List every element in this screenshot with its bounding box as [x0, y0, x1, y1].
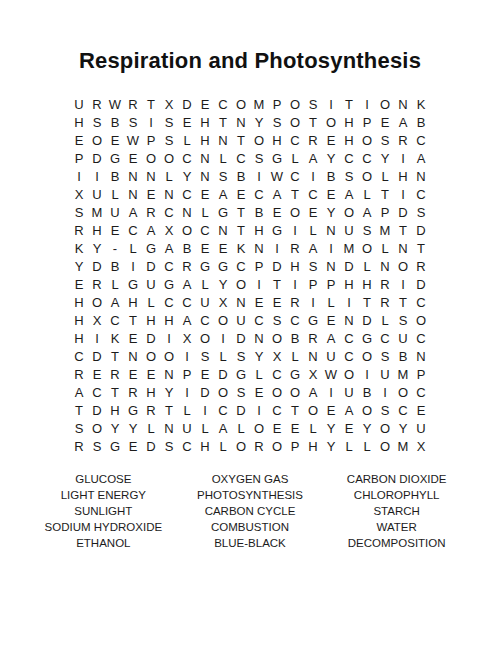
grid-cell-r17c6[interactable]: Y [160, 384, 178, 402]
grid-cell-r4c11[interactable]: S [250, 149, 268, 167]
grid-cell-r19c13[interactable]: E [286, 420, 304, 438]
grid-cell-r18c7[interactable]: L [178, 402, 196, 420]
grid-cell-r20c4[interactable]: E [124, 438, 142, 456]
grid-cell-r7c12[interactable]: E [268, 203, 286, 221]
grid-cell-r10c18[interactable]: N [376, 257, 394, 275]
grid-cell-r17c1[interactable]: A [70, 384, 88, 402]
grid-cell-r15c6[interactable]: O [160, 348, 178, 366]
grid-cell-r4c5[interactable]: O [142, 149, 160, 167]
grid-cell-r10c5[interactable]: D [142, 257, 160, 275]
grid-cell-r9c15[interactable]: I [322, 239, 340, 257]
grid-cell-r7c2[interactable]: M [88, 203, 106, 221]
grid-cell-r1c16[interactable]: T [340, 95, 358, 113]
grid-cell-r11c5[interactable]: U [142, 275, 160, 293]
grid-cell-r6c14[interactable]: C [304, 185, 322, 203]
grid-cell-r19c7[interactable]: U [178, 420, 196, 438]
grid-cell-r1c20[interactable]: K [412, 95, 430, 113]
grid-cell-r12c7[interactable]: C [178, 294, 196, 312]
grid-cell-r6c9[interactable]: A [214, 185, 232, 203]
grid-cell-r6c18[interactable]: T [376, 185, 394, 203]
grid-cell-r7c20[interactable]: S [412, 203, 430, 221]
grid-cell-r10c1[interactable]: Y [70, 257, 88, 275]
grid-cell-r14c12[interactable]: O [268, 330, 286, 348]
grid-cell-r7c19[interactable]: D [394, 203, 412, 221]
grid-cell-r10c8[interactable]: G [196, 257, 214, 275]
grid-cell-r11c14[interactable]: P [304, 275, 322, 293]
grid-cell-r11c15[interactable]: P [322, 275, 340, 293]
grid-cell-r13c14[interactable]: G [304, 312, 322, 330]
grid-cell-r10c13[interactable]: H [286, 257, 304, 275]
grid-cell-r18c19[interactable]: C [394, 402, 412, 420]
grid-cell-r4c19[interactable]: I [394, 149, 412, 167]
grid-cell-r13c17[interactable]: D [358, 312, 376, 330]
grid-cell-r12c2[interactable]: O [88, 294, 106, 312]
grid-cell-r19c16[interactable]: E [340, 420, 358, 438]
grid-cell-r4c3[interactable]: G [106, 149, 124, 167]
grid-cell-r20c3[interactable]: G [106, 438, 124, 456]
grid-cell-r17c3[interactable]: T [106, 384, 124, 402]
grid-cell-r7c18[interactable]: P [376, 203, 394, 221]
grid-cell-r10c19[interactable]: O [394, 257, 412, 275]
grid-cell-r1c8[interactable]: E [196, 95, 214, 113]
grid-cell-r13c6[interactable]: H [160, 312, 178, 330]
grid-cell-r3c6[interactable]: S [160, 131, 178, 149]
grid-cell-r7c7[interactable]: N [178, 203, 196, 221]
grid-cell-r9c12[interactable]: I [268, 239, 286, 257]
grid-cell-r11c11[interactable]: I [250, 275, 268, 293]
grid-cell-r2c16[interactable]: H [340, 113, 358, 131]
grid-cell-r15c2[interactable]: D [88, 348, 106, 366]
grid-cell-r4c20[interactable]: A [412, 149, 430, 167]
grid-cell-r10c17[interactable]: L [358, 257, 376, 275]
grid-cell-r12c11[interactable]: E [250, 294, 268, 312]
grid-cell-r19c6[interactable]: N [160, 420, 178, 438]
grid-cell-r1c12[interactable]: P [268, 95, 286, 113]
grid-cell-r20c6[interactable]: S [160, 438, 178, 456]
grid-cell-r2c10[interactable]: N [232, 113, 250, 131]
grid-cell-r8c3[interactable]: E [106, 221, 124, 239]
grid-cell-r19c11[interactable]: O [250, 420, 268, 438]
grid-cell-r3c3[interactable]: E [106, 131, 124, 149]
grid-cell-r7c5[interactable]: R [142, 203, 160, 221]
grid-cell-r15c3[interactable]: T [106, 348, 124, 366]
grid-cell-r2c17[interactable]: P [358, 113, 376, 131]
grid-cell-r20c9[interactable]: L [214, 438, 232, 456]
grid-cell-r3c13[interactable]: C [286, 131, 304, 149]
grid-cell-r20c2[interactable]: S [88, 438, 106, 456]
grid-cell-r12c1[interactable]: H [70, 294, 88, 312]
grid-cell-r10c11[interactable]: P [250, 257, 268, 275]
grid-cell-r2c7[interactable]: E [178, 113, 196, 131]
grid-cell-r2c11[interactable]: Y [250, 113, 268, 131]
grid-cell-r10c7[interactable]: R [178, 257, 196, 275]
grid-cell-r2c8[interactable]: H [196, 113, 214, 131]
grid-cell-r14c10[interactable]: D [232, 330, 250, 348]
grid-cell-r18c17[interactable]: O [358, 402, 376, 420]
grid-cell-r9c19[interactable]: N [394, 239, 412, 257]
grid-cell-r20c10[interactable]: O [232, 438, 250, 456]
grid-cell-r8c9[interactable]: N [214, 221, 232, 239]
grid-cell-r19c12[interactable]: E [268, 420, 286, 438]
grid-cell-r12c9[interactable]: X [214, 294, 232, 312]
grid-cell-r11c20[interactable]: D [412, 275, 430, 293]
grid-cell-r15c4[interactable]: N [124, 348, 142, 366]
grid-cell-r3c18[interactable]: S [376, 131, 394, 149]
grid-cell-r7c6[interactable]: C [160, 203, 178, 221]
grid-cell-r1c15[interactable]: I [322, 95, 340, 113]
grid-cell-r18c13[interactable]: T [286, 402, 304, 420]
grid-cell-r2c2[interactable]: S [88, 113, 106, 131]
grid-cell-r19c8[interactable]: L [196, 420, 214, 438]
grid-cell-r14c11[interactable]: N [250, 330, 268, 348]
grid-cell-r12c20[interactable]: C [412, 294, 430, 312]
grid-cell-r13c18[interactable]: L [376, 312, 394, 330]
grid-cell-r10c12[interactable]: D [268, 257, 286, 275]
grid-cell-r20c19[interactable]: M [394, 438, 412, 456]
grid-cell-r7c1[interactable]: S [70, 203, 88, 221]
grid-cell-r8c20[interactable]: D [412, 221, 430, 239]
grid-cell-r1c19[interactable]: N [394, 95, 412, 113]
grid-cell-r15c11[interactable]: Y [250, 348, 268, 366]
grid-cell-r4c7[interactable]: C [178, 149, 196, 167]
grid-cell-r20c8[interactable]: H [196, 438, 214, 456]
grid-cell-r15c9[interactable]: L [214, 348, 232, 366]
grid-cell-r13c4[interactable]: T [124, 312, 142, 330]
grid-cell-r9c1[interactable]: K [70, 239, 88, 257]
grid-cell-r6c8[interactable]: E [196, 185, 214, 203]
grid-cell-r15c13[interactable]: L [286, 348, 304, 366]
grid-cell-r12c18[interactable]: R [376, 294, 394, 312]
grid-cell-r18c4[interactable]: G [124, 402, 142, 420]
grid-cell-r8c12[interactable]: G [268, 221, 286, 239]
grid-cell-r15c16[interactable]: C [340, 348, 358, 366]
grid-cell-r14c18[interactable]: C [376, 330, 394, 348]
grid-cell-r5c18[interactable]: L [376, 167, 394, 185]
grid-cell-r18c1[interactable]: T [70, 402, 88, 420]
grid-cell-r9c9[interactable]: E [214, 239, 232, 257]
grid-cell-r18c12[interactable]: C [268, 402, 286, 420]
grid-cell-r18c6[interactable]: T [160, 402, 178, 420]
grid-cell-r14c9[interactable]: I [214, 330, 232, 348]
grid-cell-r3c12[interactable]: H [268, 131, 286, 149]
grid-cell-r5c2[interactable]: I [88, 167, 106, 185]
grid-cell-r20c11[interactable]: R [250, 438, 268, 456]
grid-cell-r13c15[interactable]: E [322, 312, 340, 330]
grid-cell-r16c12[interactable]: C [268, 366, 286, 384]
grid-cell-r15c10[interactable]: S [232, 348, 250, 366]
grid-cell-r11c18[interactable]: R [376, 275, 394, 293]
grid-cell-r1c10[interactable]: O [232, 95, 250, 113]
grid-cell-r6c16[interactable]: A [340, 185, 358, 203]
grid-cell-r15c7[interactable]: I [178, 348, 196, 366]
grid-cell-r10c6[interactable]: C [160, 257, 178, 275]
grid-cell-r12c8[interactable]: U [196, 294, 214, 312]
grid-cell-r5c5[interactable]: N [142, 167, 160, 185]
grid-cell-r4c14[interactable]: A [304, 149, 322, 167]
grid-cell-r14c5[interactable]: D [142, 330, 160, 348]
grid-cell-r8c16[interactable]: U [340, 221, 358, 239]
grid-cell-r6c5[interactable]: E [142, 185, 160, 203]
grid-cell-r13c7[interactable]: A [178, 312, 196, 330]
grid-cell-r18c9[interactable]: C [214, 402, 232, 420]
grid-cell-r10c9[interactable]: G [214, 257, 232, 275]
grid-cell-r18c18[interactable]: S [376, 402, 394, 420]
grid-cell-r11c8[interactable]: L [196, 275, 214, 293]
grid-cell-r7c8[interactable]: L [196, 203, 214, 221]
grid-cell-r1c4[interactable]: R [124, 95, 142, 113]
grid-cell-r4c9[interactable]: L [214, 149, 232, 167]
grid-cell-r11c19[interactable]: I [394, 275, 412, 293]
grid-cell-r7c14[interactable]: E [304, 203, 322, 221]
grid-cell-r19c20[interactable]: U [412, 420, 430, 438]
grid-cell-r8c11[interactable]: H [250, 221, 268, 239]
grid-cell-r19c15[interactable]: Y [322, 420, 340, 438]
grid-cell-r15c18[interactable]: S [376, 348, 394, 366]
grid-cell-r18c15[interactable]: E [322, 402, 340, 420]
grid-cell-r15c14[interactable]: N [304, 348, 322, 366]
grid-cell-r6c4[interactable]: N [124, 185, 142, 203]
grid-cell-r13c8[interactable]: C [196, 312, 214, 330]
grid-cell-r2c19[interactable]: A [394, 113, 412, 131]
grid-cell-r8c19[interactable]: T [394, 221, 412, 239]
grid-cell-r6c19[interactable]: I [394, 185, 412, 203]
grid-cell-r11c6[interactable]: G [160, 275, 178, 293]
grid-cell-r16c16[interactable]: O [340, 366, 358, 384]
grid-cell-r4c17[interactable]: C [358, 149, 376, 167]
grid-cell-r7c11[interactable]: B [250, 203, 268, 221]
grid-cell-r3c7[interactable]: L [178, 131, 196, 149]
grid-cell-r9c16[interactable]: M [340, 239, 358, 257]
grid-cell-r16c5[interactable]: E [142, 366, 160, 384]
grid-cell-r11c9[interactable]: Y [214, 275, 232, 293]
grid-cell-r17c5[interactable]: H [142, 384, 160, 402]
grid-cell-r13c9[interactable]: O [214, 312, 232, 330]
grid-cell-r5c11[interactable]: I [250, 167, 268, 185]
grid-cell-r11c4[interactable]: G [124, 275, 142, 293]
grid-cell-r13c12[interactable]: S [268, 312, 286, 330]
grid-cell-r18c10[interactable]: D [232, 402, 250, 420]
grid-cell-r13c3[interactable]: C [106, 312, 124, 330]
grid-cell-r7c10[interactable]: T [232, 203, 250, 221]
grid-cell-r9c8[interactable]: E [196, 239, 214, 257]
grid-cell-r13c5[interactable]: H [142, 312, 160, 330]
grid-cell-r18c20[interactable]: E [412, 402, 430, 420]
grid-cell-r17c12[interactable]: O [268, 384, 286, 402]
grid-cell-r7c16[interactable]: O [340, 203, 358, 221]
grid-cell-r12c16[interactable]: I [340, 294, 358, 312]
grid-cell-r7c15[interactable]: Y [322, 203, 340, 221]
grid-cell-r18c14[interactable]: O [304, 402, 322, 420]
grid-cell-r5c1[interactable]: I [70, 167, 88, 185]
grid-cell-r14c19[interactable]: U [394, 330, 412, 348]
grid-cell-r20c15[interactable]: Y [322, 438, 340, 456]
grid-cell-r5c8[interactable]: N [196, 167, 214, 185]
grid-cell-r2c20[interactable]: B [412, 113, 430, 131]
grid-cell-r17c19[interactable]: O [394, 384, 412, 402]
grid-cell-r9c13[interactable]: R [286, 239, 304, 257]
grid-cell-r9c2[interactable]: Y [88, 239, 106, 257]
grid-cell-r14c14[interactable]: R [304, 330, 322, 348]
grid-cell-r5c7[interactable]: Y [178, 167, 196, 185]
grid-cell-r13c13[interactable]: C [286, 312, 304, 330]
grid-cell-r11c16[interactable]: H [340, 275, 358, 293]
grid-cell-r19c3[interactable]: Y [106, 420, 124, 438]
grid-cell-r5c19[interactable]: H [394, 167, 412, 185]
grid-cell-r3c10[interactable]: T [232, 131, 250, 149]
grid-cell-r6c11[interactable]: C [250, 185, 268, 203]
grid-cell-r16c1[interactable]: R [70, 366, 88, 384]
grid-cell-r15c12[interactable]: X [268, 348, 286, 366]
grid-cell-r17c13[interactable]: O [286, 384, 304, 402]
grid-cell-r10c14[interactable]: S [304, 257, 322, 275]
grid-cell-r20c14[interactable]: H [304, 438, 322, 456]
grid-cell-r3c9[interactable]: N [214, 131, 232, 149]
grid-cell-r15c1[interactable]: C [70, 348, 88, 366]
grid-cell-r5c9[interactable]: S [214, 167, 232, 185]
grid-cell-r5c12[interactable]: W [268, 167, 286, 185]
grid-cell-r13c10[interactable]: U [232, 312, 250, 330]
grid-cell-r15c20[interactable]: N [412, 348, 430, 366]
grid-cell-r4c12[interactable]: G [268, 149, 286, 167]
grid-cell-r16c4[interactable]: E [124, 366, 142, 384]
grid-cell-r18c16[interactable]: A [340, 402, 358, 420]
grid-cell-r14c4[interactable]: E [124, 330, 142, 348]
grid-cell-r19c14[interactable]: L [304, 420, 322, 438]
grid-cell-r20c16[interactable]: L [340, 438, 358, 456]
grid-cell-r15c19[interactable]: B [394, 348, 412, 366]
grid-cell-r17c17[interactable]: B [358, 384, 376, 402]
grid-cell-r17c8[interactable]: D [196, 384, 214, 402]
grid-cell-r6c10[interactable]: E [232, 185, 250, 203]
grid-cell-r17c4[interactable]: R [124, 384, 142, 402]
grid-cell-r10c16[interactable]: D [340, 257, 358, 275]
grid-cell-r13c20[interactable]: O [412, 312, 430, 330]
grid-cell-r10c4[interactable]: I [124, 257, 142, 275]
grid-cell-r14c2[interactable]: I [88, 330, 106, 348]
grid-cell-r3c15[interactable]: E [322, 131, 340, 149]
grid-cell-r13c2[interactable]: X [88, 312, 106, 330]
grid-cell-r8c4[interactable]: C [124, 221, 142, 239]
grid-cell-r13c19[interactable]: S [394, 312, 412, 330]
grid-cell-r1c11[interactable]: M [250, 95, 268, 113]
grid-cell-r8c13[interactable]: I [286, 221, 304, 239]
grid-cell-r19c4[interactable]: Y [124, 420, 142, 438]
grid-cell-r8c17[interactable]: S [358, 221, 376, 239]
grid-cell-r13c11[interactable]: C [250, 312, 268, 330]
grid-cell-r3c2[interactable]: O [88, 131, 106, 149]
grid-cell-r12c13[interactable]: R [286, 294, 304, 312]
grid-cell-r11c7[interactable]: A [178, 275, 196, 293]
grid-cell-r6c2[interactable]: U [88, 185, 106, 203]
grid-cell-r5c15[interactable]: B [322, 167, 340, 185]
grid-cell-r1c6[interactable]: X [160, 95, 178, 113]
grid-cell-r16c17[interactable]: I [358, 366, 376, 384]
grid-cell-r19c9[interactable]: A [214, 420, 232, 438]
grid-cell-r14c15[interactable]: A [322, 330, 340, 348]
grid-cell-r4c15[interactable]: Y [322, 149, 340, 167]
grid-cell-r7c9[interactable]: G [214, 203, 232, 221]
grid-cell-r4c6[interactable]: O [160, 149, 178, 167]
grid-cell-r19c19[interactable]: Y [394, 420, 412, 438]
grid-cell-r17c16[interactable]: U [340, 384, 358, 402]
grid-cell-r8c2[interactable]: H [88, 221, 106, 239]
grid-cell-r11c3[interactable]: L [106, 275, 124, 293]
grid-cell-r11c17[interactable]: H [358, 275, 376, 293]
grid-cell-r9c11[interactable]: N [250, 239, 268, 257]
grid-cell-r5c20[interactable]: N [412, 167, 430, 185]
grid-cell-r8c7[interactable]: O [178, 221, 196, 239]
grid-cell-r16c18[interactable]: U [376, 366, 394, 384]
grid-cell-r5c3[interactable]: B [106, 167, 124, 185]
grid-cell-r9c10[interactable]: K [232, 239, 250, 257]
grid-cell-r2c3[interactable]: B [106, 113, 124, 131]
grid-cell-r9c3[interactable]: - [106, 239, 124, 257]
grid-cell-r1c18[interactable]: O [376, 95, 394, 113]
grid-cell-r9c7[interactable]: B [178, 239, 196, 257]
grid-cell-r2c1[interactable]: H [70, 113, 88, 131]
grid-cell-r20c12[interactable]: O [268, 438, 286, 456]
grid-cell-r16c13[interactable]: G [286, 366, 304, 384]
grid-cell-r18c3[interactable]: H [106, 402, 124, 420]
grid-cell-r3c4[interactable]: W [124, 131, 142, 149]
grid-cell-r12c10[interactable]: N [232, 294, 250, 312]
grid-cell-r20c18[interactable]: O [376, 438, 394, 456]
grid-cell-r15c8[interactable]: S [196, 348, 214, 366]
grid-cell-r9c20[interactable]: T [412, 239, 430, 257]
grid-cell-r8c5[interactable]: A [142, 221, 160, 239]
grid-cell-r4c1[interactable]: P [70, 149, 88, 167]
grid-cell-r8c15[interactable]: N [322, 221, 340, 239]
grid-cell-r5c10[interactable]: B [232, 167, 250, 185]
grid-cell-r6c3[interactable]: L [106, 185, 124, 203]
grid-cell-r18c11[interactable]: I [250, 402, 268, 420]
grid-cell-r1c2[interactable]: R [88, 95, 106, 113]
grid-cell-r15c5[interactable]: O [142, 348, 160, 366]
grid-cell-r10c2[interactable]: D [88, 257, 106, 275]
grid-cell-r2c14[interactable]: T [304, 113, 322, 131]
grid-cell-r8c1[interactable]: R [70, 221, 88, 239]
grid-cell-r16c10[interactable]: G [232, 366, 250, 384]
grid-cell-r12c17[interactable]: T [358, 294, 376, 312]
grid-cell-r19c10[interactable]: L [232, 420, 250, 438]
grid-cell-r14c20[interactable]: C [412, 330, 430, 348]
grid-cell-r7c3[interactable]: U [106, 203, 124, 221]
grid-cell-r13c1[interactable]: H [70, 312, 88, 330]
grid-cell-r15c17[interactable]: O [358, 348, 376, 366]
grid-cell-r2c12[interactable]: S [268, 113, 286, 131]
grid-cell-r16c9[interactable]: D [214, 366, 232, 384]
grid-cell-r16c6[interactable]: N [160, 366, 178, 384]
grid-cell-r19c1[interactable]: S [70, 420, 88, 438]
grid-cell-r5c13[interactable]: C [286, 167, 304, 185]
grid-cell-r4c16[interactable]: C [340, 149, 358, 167]
grid-cell-r8c14[interactable]: L [304, 221, 322, 239]
grid-cell-r15c15[interactable]: U [322, 348, 340, 366]
grid-cell-r12c5[interactable]: L [142, 294, 160, 312]
grid-cell-r12c4[interactable]: H [124, 294, 142, 312]
grid-cell-r6c6[interactable]: N [160, 185, 178, 203]
grid-cell-r18c5[interactable]: R [142, 402, 160, 420]
grid-cell-r8c6[interactable]: X [160, 221, 178, 239]
grid-cell-r3c5[interactable]: P [142, 131, 160, 149]
grid-cell-r11c2[interactable]: R [88, 275, 106, 293]
grid-cell-r17c18[interactable]: I [376, 384, 394, 402]
grid-cell-r1c9[interactable]: C [214, 95, 232, 113]
grid-cell-r11c13[interactable]: I [286, 275, 304, 293]
grid-cell-r11c1[interactable]: E [70, 275, 88, 293]
grid-cell-r2c18[interactable]: E [376, 113, 394, 131]
grid-cell-r1c3[interactable]: W [106, 95, 124, 113]
